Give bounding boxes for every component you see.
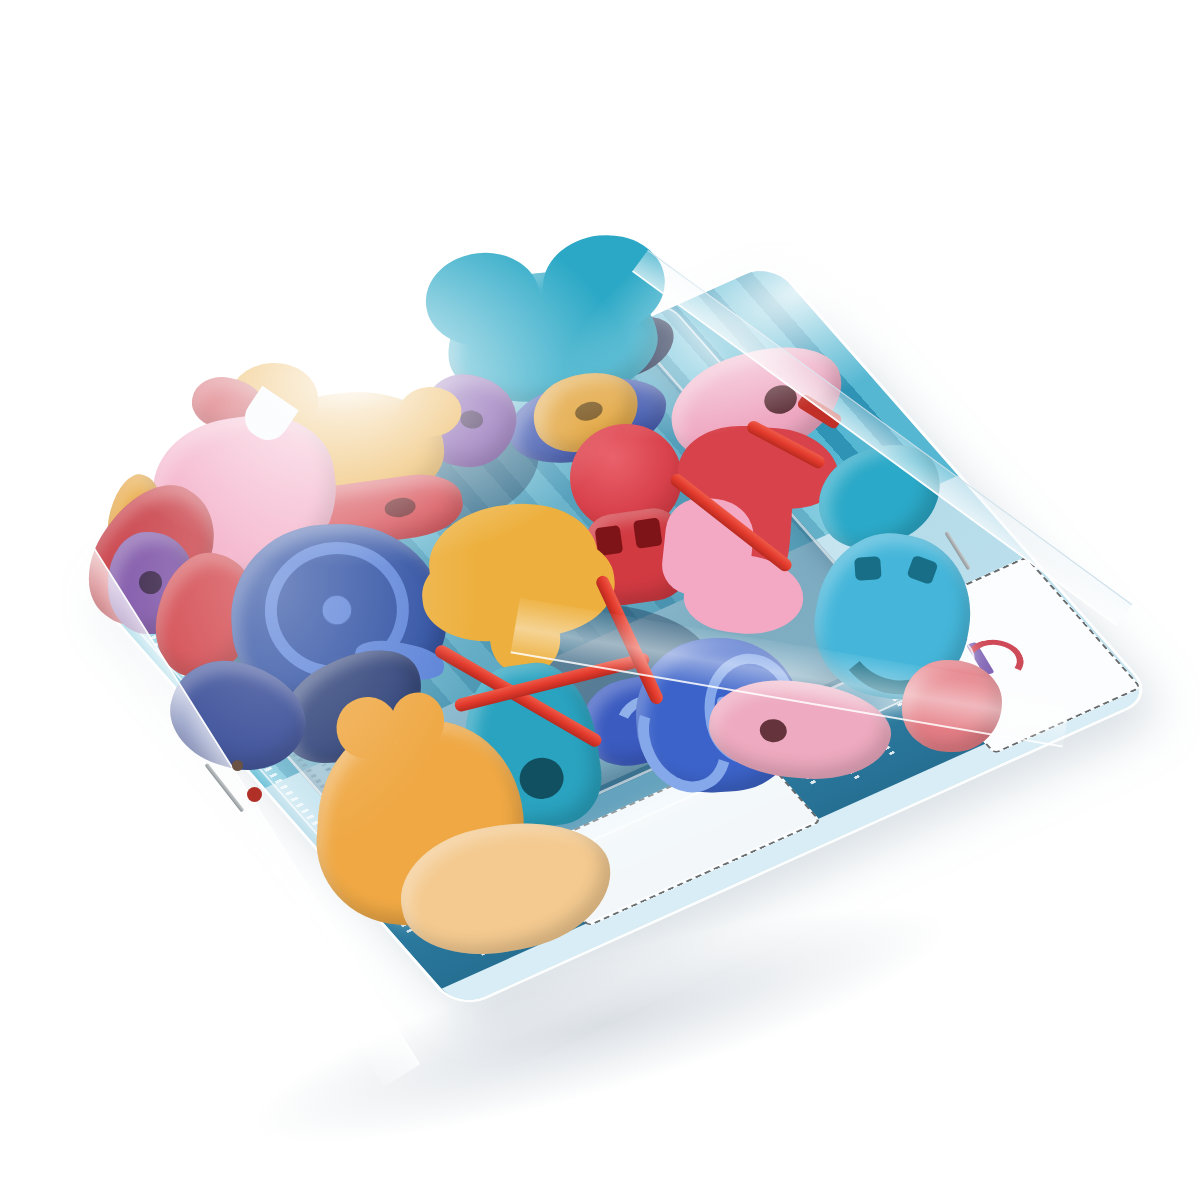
bead-pink-flat-hole [759, 718, 789, 744]
print-dot [247, 787, 262, 802]
print-dot [232, 760, 243, 771]
bead-teal-arch-hole [517, 755, 566, 802]
product-photo-scene [0, 0, 1200, 1200]
